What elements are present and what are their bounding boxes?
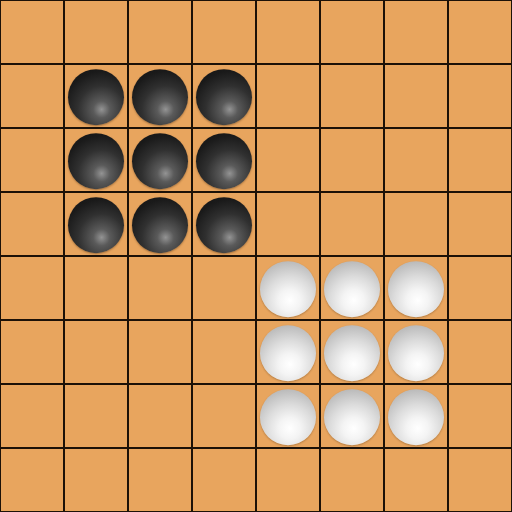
board-cell-d1[interactable] [193, 1, 255, 63]
white-disc [324, 389, 380, 445]
black-disc [196, 133, 252, 189]
board-cell-b6[interactable] [65, 321, 127, 383]
board-cell-b8[interactable] [65, 449, 127, 511]
board-cell-h5[interactable] [449, 257, 511, 319]
white-disc [388, 261, 444, 317]
board-cell-b5[interactable] [65, 257, 127, 319]
board-cell-b4[interactable] [65, 193, 127, 255]
board-cell-c4[interactable] [129, 193, 191, 255]
board-cell-f2[interactable] [321, 65, 383, 127]
board-cell-g7[interactable] [385, 385, 447, 447]
board-cell-a1[interactable] [1, 1, 63, 63]
game-screen [0, 0, 512, 512]
board-cell-d7[interactable] [193, 385, 255, 447]
board-cell-g8[interactable] [385, 449, 447, 511]
board-cell-e4[interactable] [257, 193, 319, 255]
white-disc [260, 389, 316, 445]
board-cell-a3[interactable] [1, 129, 63, 191]
white-disc [324, 325, 380, 381]
board-cell-a7[interactable] [1, 385, 63, 447]
board-cell-a4[interactable] [1, 193, 63, 255]
board-cell-c7[interactable] [129, 385, 191, 447]
board-cell-b7[interactable] [65, 385, 127, 447]
board-cell-e5[interactable] [257, 257, 319, 319]
board-cell-f8[interactable] [321, 449, 383, 511]
white-disc [388, 389, 444, 445]
board-cell-h8[interactable] [449, 449, 511, 511]
white-disc [324, 261, 380, 317]
othello-board [0, 0, 512, 512]
board-cell-a2[interactable] [1, 65, 63, 127]
board-cell-f4[interactable] [321, 193, 383, 255]
board-cell-c5[interactable] [129, 257, 191, 319]
board-cell-g1[interactable] [385, 1, 447, 63]
board-cell-c8[interactable] [129, 449, 191, 511]
board-cell-d6[interactable] [193, 321, 255, 383]
board-cell-e7[interactable] [257, 385, 319, 447]
black-disc [132, 69, 188, 125]
board-cell-h1[interactable] [449, 1, 511, 63]
white-disc [388, 325, 444, 381]
board-cell-d5[interactable] [193, 257, 255, 319]
board-cell-d3[interactable] [193, 129, 255, 191]
board-cell-c2[interactable] [129, 65, 191, 127]
board-cell-g6[interactable] [385, 321, 447, 383]
white-disc [260, 325, 316, 381]
board-cell-a8[interactable] [1, 449, 63, 511]
board-cell-h4[interactable] [449, 193, 511, 255]
board-cell-c1[interactable] [129, 1, 191, 63]
black-disc [68, 69, 124, 125]
board-cell-a6[interactable] [1, 321, 63, 383]
black-disc [132, 197, 188, 253]
board-cell-f3[interactable] [321, 129, 383, 191]
board-cell-e3[interactable] [257, 129, 319, 191]
board-cell-d2[interactable] [193, 65, 255, 127]
board-cell-f6[interactable] [321, 321, 383, 383]
board-cell-e8[interactable] [257, 449, 319, 511]
black-disc [68, 133, 124, 189]
black-disc [132, 133, 188, 189]
board-cell-d8[interactable] [193, 449, 255, 511]
black-disc [196, 197, 252, 253]
board-cell-b2[interactable] [65, 65, 127, 127]
board-cell-h7[interactable] [449, 385, 511, 447]
board-cell-h3[interactable] [449, 129, 511, 191]
board-cell-b3[interactable] [65, 129, 127, 191]
board-cell-c6[interactable] [129, 321, 191, 383]
board-cell-e6[interactable] [257, 321, 319, 383]
board-cell-g5[interactable] [385, 257, 447, 319]
board-cell-d4[interactable] [193, 193, 255, 255]
board-cell-e1[interactable] [257, 1, 319, 63]
board-cell-g2[interactable] [385, 65, 447, 127]
board-cell-g4[interactable] [385, 193, 447, 255]
board-cell-h6[interactable] [449, 321, 511, 383]
board-cell-c3[interactable] [129, 129, 191, 191]
board-cell-f7[interactable] [321, 385, 383, 447]
board-cell-h2[interactable] [449, 65, 511, 127]
board-cell-f5[interactable] [321, 257, 383, 319]
board-cell-b1[interactable] [65, 1, 127, 63]
board-cell-e2[interactable] [257, 65, 319, 127]
board-cell-g3[interactable] [385, 129, 447, 191]
black-disc [68, 197, 124, 253]
black-disc [196, 69, 252, 125]
board-cell-f1[interactable] [321, 1, 383, 63]
board-cell-a5[interactable] [1, 257, 63, 319]
white-disc [260, 261, 316, 317]
